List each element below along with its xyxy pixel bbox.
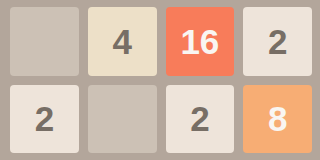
tile-8: 8 (243, 85, 312, 154)
empty-cell (88, 85, 157, 154)
tile-16: 16 (166, 7, 235, 76)
tile-4: 4 (88, 7, 157, 76)
board-2048[interactable]: 4 16 2 2 2 8 (0, 0, 320, 160)
tile-2: 2 (166, 85, 235, 154)
empty-cell (10, 7, 79, 76)
tile-2: 2 (243, 7, 312, 76)
tile-2: 2 (10, 85, 79, 154)
